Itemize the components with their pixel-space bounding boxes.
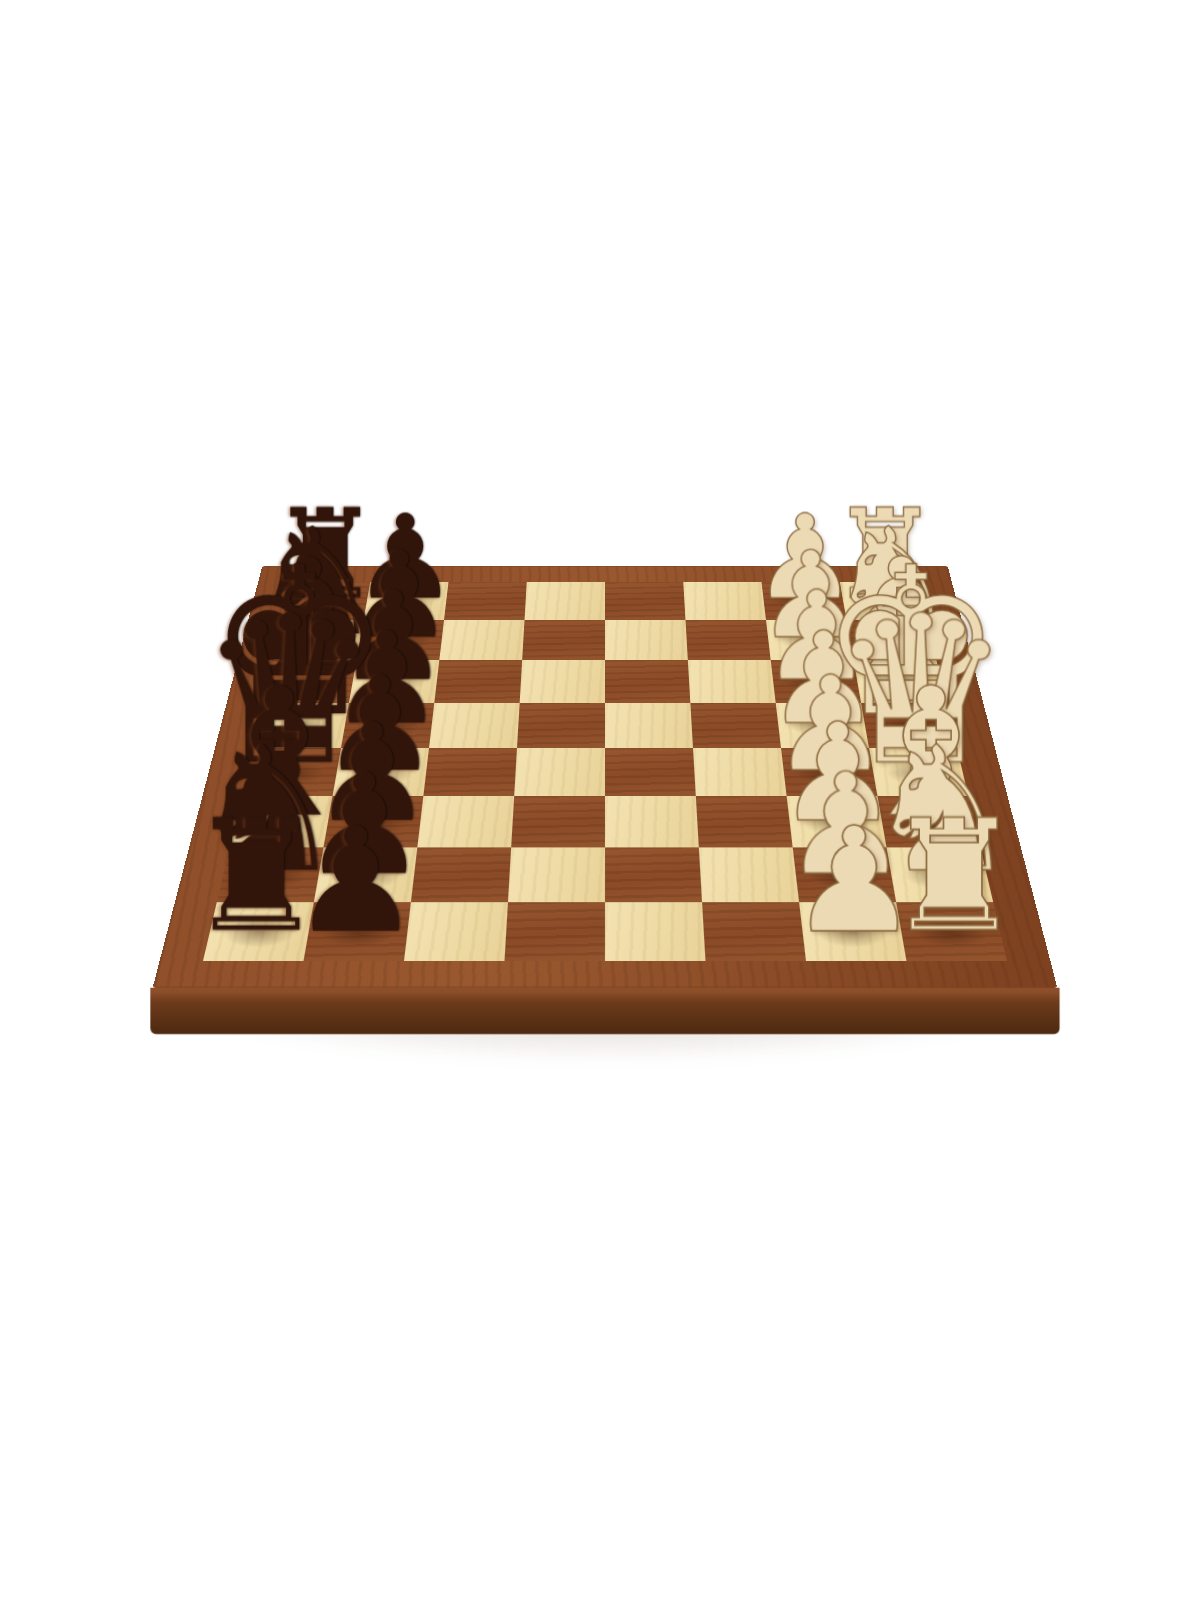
square-g3[interactable] <box>685 620 770 660</box>
black-rook-a8[interactable]: ♜ <box>203 902 314 961</box>
square-e5[interactable] <box>517 703 605 748</box>
square-h3[interactable] <box>683 582 766 620</box>
square-h6[interactable] <box>444 582 527 620</box>
square-f5[interactable] <box>520 660 605 703</box>
board-3d-stage: ♜♟♟♜♞♟♟♞♝♟♟♝♚♟♟♚♛♟♟♛♝♟♟♝♞♟♟♞♜♟♟♜ <box>0 0 1200 1600</box>
square-g6[interactable] <box>439 620 524 660</box>
square-g5[interactable] <box>522 620 605 660</box>
square-f4[interactable] <box>605 660 690 703</box>
scene: ♜♟♟♜♞♟♟♞♝♟♟♝♚♟♟♚♛♟♟♛♝♟♟♝♞♟♟♞♜♟♟♜ <box>0 0 1200 1600</box>
square-h4[interactable] <box>605 582 685 620</box>
white-rook-glyph: ♜ <box>818 806 1090 948</box>
square-e4[interactable] <box>605 703 693 748</box>
white-rook-a1[interactable]: ♜ <box>896 902 1007 961</box>
chessboard: ♜♟♟♜♞♟♟♞♝♟♟♝♚♟♟♚♛♟♟♛♝♟♟♝♞♟♟♞♜♟♟♜ <box>153 566 1058 987</box>
square-g4[interactable] <box>605 620 688 660</box>
black-rook-glyph: ♜ <box>120 806 392 948</box>
square-h5[interactable] <box>525 582 605 620</box>
board-near-edge <box>150 988 1059 1034</box>
